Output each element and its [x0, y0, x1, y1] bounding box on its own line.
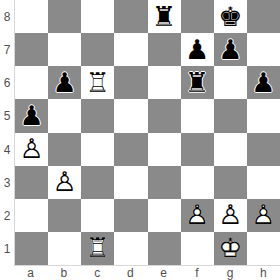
- square-e4[interactable]: [148, 133, 181, 166]
- square-d4[interactable]: [114, 133, 147, 166]
- file-label-f: f: [180, 266, 213, 280]
- square-f7[interactable]: ♟: [181, 33, 214, 66]
- piece-glyph: ♔: [214, 232, 247, 265]
- square-b7[interactable]: [48, 33, 81, 66]
- piece-glyph: ♙: [15, 133, 48, 166]
- piece-glyph: ♖: [81, 232, 114, 265]
- square-d5[interactable]: [114, 99, 147, 132]
- square-d3[interactable]: [114, 166, 147, 199]
- white-pawn[interactable]: ♟♙: [181, 199, 214, 232]
- rank-labels: 87654321: [0, 0, 14, 266]
- piece-glyph: ♚: [214, 0, 247, 33]
- piece-glyph: ♟: [181, 33, 214, 66]
- square-a4[interactable]: ♟♙: [15, 133, 48, 166]
- square-f4[interactable]: [181, 133, 214, 166]
- rank-label-2: 2: [0, 200, 14, 233]
- black-pawn[interactable]: ♟: [15, 99, 48, 132]
- square-b8[interactable]: [48, 0, 81, 33]
- square-b6[interactable]: ♟: [48, 66, 81, 99]
- piece-glyph: ♙: [48, 166, 81, 199]
- piece-glyph: ♟: [214, 33, 247, 66]
- square-b2[interactable]: [48, 199, 81, 232]
- black-pawn[interactable]: ♟: [214, 33, 247, 66]
- square-f3[interactable]: [181, 166, 214, 199]
- rank-label-4: 4: [0, 133, 14, 166]
- chessboard-panel: 87654321 ♜♚♟♟♟♜♖♜♟♟♟♙♟♙♟♙♟♙♟♙♜♖♚♔ abcdef…: [0, 0, 280, 280]
- board: ♜♚♟♟♟♜♖♜♟♟♟♙♟♙♟♙♟♙♟♙♜♖♚♔: [14, 0, 280, 266]
- white-pawn[interactable]: ♟♙: [48, 166, 81, 199]
- square-e3[interactable]: [148, 166, 181, 199]
- piece-glyph: ♖: [81, 66, 114, 99]
- square-h1[interactable]: [247, 232, 280, 265]
- square-g6[interactable]: [214, 66, 247, 99]
- rank-label-3: 3: [0, 166, 14, 199]
- square-b5[interactable]: [48, 99, 81, 132]
- square-a3[interactable]: [15, 166, 48, 199]
- rank-label-1: 1: [0, 233, 14, 266]
- rank-label-8: 8: [0, 0, 14, 33]
- square-c8[interactable]: [81, 0, 114, 33]
- black-pawn[interactable]: ♟: [247, 66, 280, 99]
- square-f5[interactable]: [181, 99, 214, 132]
- square-e8[interactable]: ♜: [148, 0, 181, 33]
- square-c5[interactable]: [81, 99, 114, 132]
- square-e7[interactable]: [148, 33, 181, 66]
- square-a1[interactable]: [15, 232, 48, 265]
- square-d8[interactable]: [114, 0, 147, 33]
- square-a6[interactable]: [15, 66, 48, 99]
- file-label-a: a: [14, 266, 47, 280]
- white-pawn[interactable]: ♟♙: [15, 133, 48, 166]
- square-c1[interactable]: ♜♖: [81, 232, 114, 265]
- square-c2[interactable]: [81, 199, 114, 232]
- white-rook[interactable]: ♜♖: [81, 232, 114, 265]
- square-a2[interactable]: [15, 199, 48, 232]
- rank-label-5: 5: [0, 100, 14, 133]
- file-labels: abcdefgh: [14, 266, 280, 280]
- square-f2[interactable]: ♟♙: [181, 199, 214, 232]
- white-pawn[interactable]: ♟♙: [214, 199, 247, 232]
- square-h8[interactable]: [247, 0, 280, 33]
- square-d1[interactable]: [114, 232, 147, 265]
- piece-glyph: ♜: [148, 0, 181, 33]
- square-g1[interactable]: ♚♔: [214, 232, 247, 265]
- black-rook[interactable]: ♜: [148, 0, 181, 33]
- black-pawn[interactable]: ♟: [181, 33, 214, 66]
- square-b4[interactable]: [48, 133, 81, 166]
- square-h6[interactable]: ♟: [247, 66, 280, 99]
- piece-glyph: ♙: [181, 199, 214, 232]
- file-label-b: b: [47, 266, 80, 280]
- file-label-d: d: [114, 266, 147, 280]
- square-f6[interactable]: ♜: [181, 66, 214, 99]
- file-label-g: g: [214, 266, 247, 280]
- square-g3[interactable]: [214, 166, 247, 199]
- piece-glyph: ♙: [247, 199, 280, 232]
- square-c4[interactable]: [81, 133, 114, 166]
- square-a7[interactable]: [15, 33, 48, 66]
- piece-glyph: ♙: [214, 199, 247, 232]
- black-rook[interactable]: ♜: [181, 66, 214, 99]
- piece-glyph: ♟: [15, 99, 48, 132]
- square-h2[interactable]: ♟♙: [247, 199, 280, 232]
- square-b3[interactable]: ♟♙: [48, 166, 81, 199]
- piece-glyph: ♟: [48, 66, 81, 99]
- square-c6[interactable]: ♜♖: [81, 66, 114, 99]
- file-label-e: e: [147, 266, 180, 280]
- square-g2[interactable]: ♟♙: [214, 199, 247, 232]
- rank-label-7: 7: [0, 33, 14, 66]
- square-c3[interactable]: [81, 166, 114, 199]
- file-label-c: c: [81, 266, 114, 280]
- square-h5[interactable]: [247, 99, 280, 132]
- square-e5[interactable]: [148, 99, 181, 132]
- square-g8[interactable]: ♚: [214, 0, 247, 33]
- white-pawn[interactable]: ♟♙: [247, 199, 280, 232]
- square-h7[interactable]: [247, 33, 280, 66]
- black-king[interactable]: ♚: [214, 0, 247, 33]
- square-b1[interactable]: [48, 232, 81, 265]
- square-g4[interactable]: [214, 133, 247, 166]
- square-h3[interactable]: [247, 166, 280, 199]
- white-rook[interactable]: ♜♖: [81, 66, 114, 99]
- square-e2[interactable]: [148, 199, 181, 232]
- square-f8[interactable]: [181, 0, 214, 33]
- square-h4[interactable]: [247, 133, 280, 166]
- square-d7[interactable]: [114, 33, 147, 66]
- square-d6[interactable]: [114, 66, 147, 99]
- rank-label-6: 6: [0, 67, 14, 100]
- square-a5[interactable]: ♟: [15, 99, 48, 132]
- square-e6[interactable]: [148, 66, 181, 99]
- square-d2[interactable]: [114, 199, 147, 232]
- square-g7[interactable]: ♟: [214, 33, 247, 66]
- piece-glyph: ♟: [247, 66, 280, 99]
- square-f1[interactable]: [181, 232, 214, 265]
- piece-glyph: ♜: [181, 66, 214, 99]
- square-g5[interactable]: [214, 99, 247, 132]
- white-king[interactable]: ♚♔: [214, 232, 247, 265]
- square-c7[interactable]: [81, 33, 114, 66]
- square-a8[interactable]: [15, 0, 48, 33]
- black-pawn[interactable]: ♟: [48, 66, 81, 99]
- file-label-h: h: [247, 266, 280, 280]
- square-e1[interactable]: [148, 232, 181, 265]
